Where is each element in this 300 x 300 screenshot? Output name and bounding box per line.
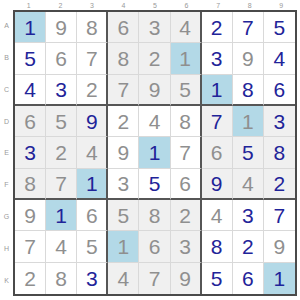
cell-E1[interactable]: 3 [15, 137, 46, 168]
cell-E7[interactable]: 6 [202, 137, 233, 168]
cell-F5[interactable]: 5 [139, 169, 170, 200]
cell-H3[interactable]: 5 [77, 231, 108, 262]
sudoku-screen: 123456789 ABCDEFGHK 19863427556782139443… [0, 0, 300, 300]
cell-H4[interactable]: 1 [108, 231, 139, 262]
cell-D8[interactable]: 1 [233, 106, 264, 137]
row-label-H: H [0, 232, 13, 264]
cell-G3[interactable]: 6 [77, 200, 108, 231]
cell-F4[interactable]: 3 [108, 169, 139, 200]
cell-B9[interactable]: 4 [264, 43, 295, 74]
cell-F7[interactable]: 9 [202, 169, 233, 200]
row-label-K: K [0, 264, 13, 296]
cell-K5[interactable]: 7 [139, 263, 170, 294]
cell-C4[interactable]: 7 [108, 75, 139, 106]
cell-E6[interactable]: 7 [171, 137, 202, 168]
cell-K1[interactable]: 2 [15, 263, 46, 294]
cell-A5[interactable]: 3 [139, 12, 170, 43]
cell-H9[interactable]: 9 [264, 231, 295, 262]
col-label-3: 3 [76, 0, 108, 10]
cell-B8[interactable]: 9 [233, 43, 264, 74]
col-label-7: 7 [202, 0, 234, 10]
cell-A9[interactable]: 5 [264, 12, 295, 43]
cell-D9[interactable]: 3 [264, 106, 295, 137]
cell-G6[interactable]: 2 [171, 200, 202, 231]
cell-C5[interactable]: 9 [139, 75, 170, 106]
row-label-C: C [0, 74, 13, 106]
row-label-A: A [0, 10, 13, 42]
row-labels: ABCDEFGHK [0, 10, 13, 296]
cell-A2[interactable]: 9 [46, 12, 77, 43]
col-label-2: 2 [45, 0, 77, 10]
cell-F6[interactable]: 6 [171, 169, 202, 200]
cell-C7[interactable]: 1 [202, 75, 233, 106]
cell-G8[interactable]: 3 [233, 200, 264, 231]
cell-H5[interactable]: 6 [139, 231, 170, 262]
cell-A8[interactable]: 7 [233, 12, 264, 43]
cell-F1[interactable]: 8 [15, 169, 46, 200]
row-label-G: G [0, 201, 13, 233]
cell-H7[interactable]: 8 [202, 231, 233, 262]
cell-A3[interactable]: 8 [77, 12, 108, 43]
col-label-6: 6 [171, 0, 203, 10]
row-label-F: F [0, 169, 13, 201]
cell-F8[interactable]: 4 [233, 169, 264, 200]
cell-K3[interactable]: 3 [77, 263, 108, 294]
cell-D6[interactable]: 8 [171, 106, 202, 137]
cell-K8[interactable]: 6 [233, 263, 264, 294]
row-label-E: E [0, 137, 13, 169]
cell-H2[interactable]: 4 [46, 231, 77, 262]
cell-K7[interactable]: 5 [202, 263, 233, 294]
cell-E9[interactable]: 8 [264, 137, 295, 168]
col-label-8: 8 [234, 0, 266, 10]
cell-K6[interactable]: 9 [171, 263, 202, 294]
col-label-4: 4 [108, 0, 140, 10]
col-label-1: 1 [13, 0, 45, 10]
cell-G4[interactable]: 5 [108, 200, 139, 231]
cell-H6[interactable]: 3 [171, 231, 202, 262]
cell-E3[interactable]: 4 [77, 137, 108, 168]
cell-F9[interactable]: 2 [264, 169, 295, 200]
cell-H8[interactable]: 2 [233, 231, 264, 262]
cell-E4[interactable]: 9 [108, 137, 139, 168]
cell-C2[interactable]: 3 [46, 75, 77, 106]
cell-E5[interactable]: 1 [139, 137, 170, 168]
row-label-B: B [0, 42, 13, 74]
sudoku-board: 1986342755678213944327951866592487133249… [13, 10, 297, 296]
cell-A6[interactable]: 4 [171, 12, 202, 43]
cell-A4[interactable]: 6 [108, 12, 139, 43]
cell-G5[interactable]: 8 [139, 200, 170, 231]
cell-C3[interactable]: 2 [77, 75, 108, 106]
cell-C6[interactable]: 5 [171, 75, 202, 106]
cell-B5[interactable]: 2 [139, 43, 170, 74]
cell-A1[interactable]: 1 [15, 12, 46, 43]
cell-K2[interactable]: 8 [46, 263, 77, 294]
cell-D3[interactable]: 9 [77, 106, 108, 137]
cell-C1[interactable]: 4 [15, 75, 46, 106]
cell-D4[interactable]: 2 [108, 106, 139, 137]
cell-D5[interactable]: 4 [139, 106, 170, 137]
cell-F2[interactable]: 7 [46, 169, 77, 200]
cell-B7[interactable]: 3 [202, 43, 233, 74]
cell-G7[interactable]: 4 [202, 200, 233, 231]
cell-G1[interactable]: 9 [15, 200, 46, 231]
col-label-9: 9 [265, 0, 297, 10]
cell-B2[interactable]: 6 [46, 43, 77, 74]
row-label-D: D [0, 105, 13, 137]
cell-K4[interactable]: 4 [108, 263, 139, 294]
cell-G2[interactable]: 1 [46, 200, 77, 231]
cell-H1[interactable]: 7 [15, 231, 46, 262]
cell-B6[interactable]: 1 [171, 43, 202, 74]
column-labels: 123456789 [13, 0, 297, 10]
cell-B4[interactable]: 8 [108, 43, 139, 74]
cell-C9[interactable]: 6 [264, 75, 295, 106]
cell-E2[interactable]: 2 [46, 137, 77, 168]
cell-E8[interactable]: 5 [233, 137, 264, 168]
cell-B1[interactable]: 5 [15, 43, 46, 74]
cell-A7[interactable]: 2 [202, 12, 233, 43]
cell-D7[interactable]: 7 [202, 106, 233, 137]
cell-G9[interactable]: 7 [264, 200, 295, 231]
cell-B3[interactable]: 7 [77, 43, 108, 74]
cell-D1[interactable]: 6 [15, 106, 46, 137]
cell-K9[interactable]: 1 [264, 263, 295, 294]
cell-C8[interactable]: 8 [233, 75, 264, 106]
cell-F3[interactable]: 1 [77, 169, 108, 200]
col-label-5: 5 [139, 0, 171, 10]
cell-D2[interactable]: 5 [46, 106, 77, 137]
